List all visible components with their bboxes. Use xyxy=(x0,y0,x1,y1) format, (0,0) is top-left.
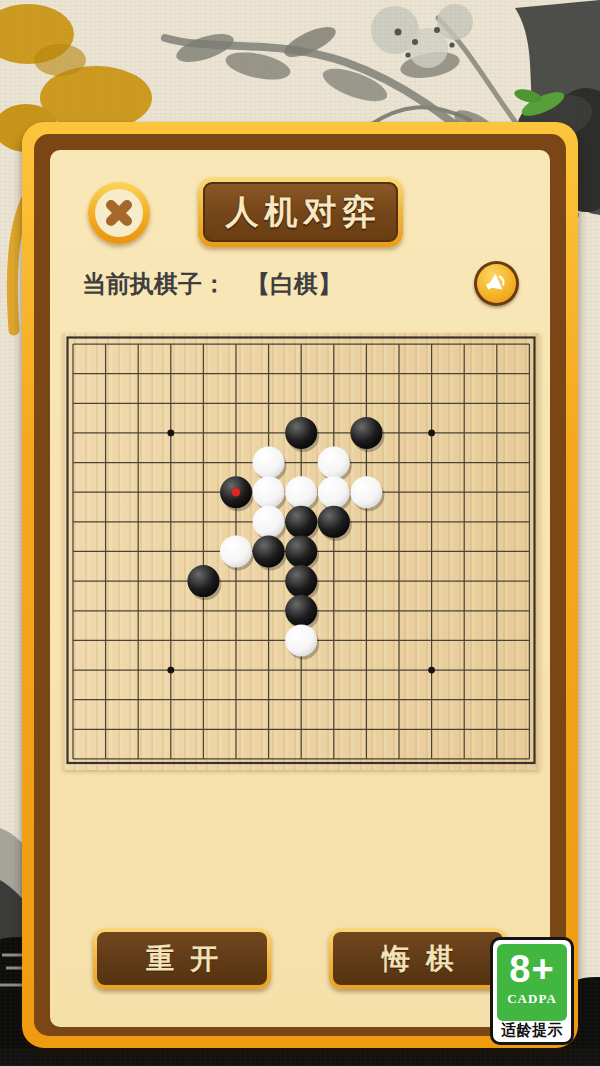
star-point xyxy=(167,667,174,674)
last-move-marker xyxy=(232,488,240,496)
white-stone xyxy=(285,624,317,656)
black-stone xyxy=(285,417,317,449)
restart-button[interactable]: 重开 xyxy=(93,928,271,989)
white-stone xyxy=(253,506,285,538)
star-point xyxy=(428,430,435,437)
age-rating-note: 适龄提示 xyxy=(493,1021,571,1040)
age-rating-number: 8+ xyxy=(509,947,554,991)
white-stone xyxy=(318,447,350,479)
star-point xyxy=(428,667,435,674)
app-screen: 人机对弈 当前执棋子：【白棋】 xyxy=(0,0,600,1066)
age-rating-org: CADPA xyxy=(507,991,557,1007)
board-svg xyxy=(63,333,540,770)
status-value: 【白棋】 xyxy=(246,270,342,297)
white-stone xyxy=(350,476,382,508)
close-icon xyxy=(103,197,135,229)
star-point xyxy=(167,430,174,437)
game-board[interactable] xyxy=(63,333,540,770)
age-rating-green-box: 8+ CADPA xyxy=(497,944,567,1021)
black-stone xyxy=(285,506,317,538)
white-stone xyxy=(318,476,350,508)
white-stone xyxy=(220,535,252,567)
title-plate: 人机对弈 xyxy=(198,177,403,247)
undo-button[interactable]: 悔棋 xyxy=(329,928,507,989)
sound-button[interactable] xyxy=(474,261,519,306)
white-stone xyxy=(253,447,285,479)
black-stone xyxy=(285,595,317,627)
restart-button-label: 重开 xyxy=(97,932,267,985)
title-plate-face: 人机对弈 xyxy=(203,182,398,242)
undo-button-label: 悔棋 xyxy=(333,932,503,985)
close-button[interactable] xyxy=(88,182,150,244)
page-title: 人机对弈 xyxy=(220,190,382,235)
white-stone xyxy=(285,476,317,508)
white-stone xyxy=(253,476,285,508)
black-stone xyxy=(285,565,317,597)
black-stone xyxy=(253,535,285,567)
black-stone xyxy=(318,506,350,538)
black-stone xyxy=(285,535,317,567)
age-rating-badge: 8+ CADPA 适龄提示 xyxy=(490,937,574,1045)
status-label: 当前执棋子： xyxy=(82,270,226,297)
black-stone xyxy=(350,417,382,449)
status-row: 当前执棋子：【白棋】 xyxy=(82,268,342,300)
black-stone xyxy=(187,565,219,597)
